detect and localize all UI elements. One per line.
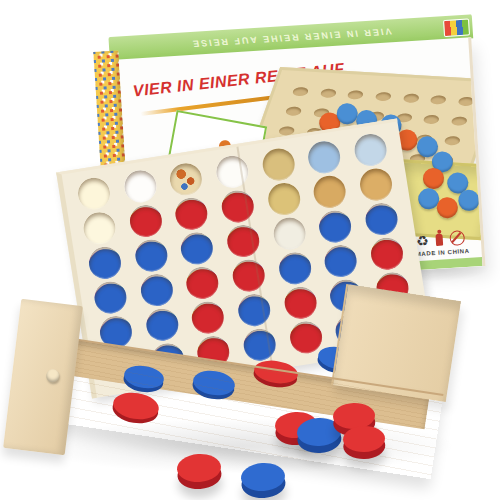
board-hole: [214, 153, 251, 190]
artwork-hole: [374, 91, 392, 101]
board-cell: [305, 137, 344, 176]
board-cell: [75, 174, 114, 213]
board-cell: ●: [132, 236, 171, 275]
board-cell: [351, 130, 390, 169]
board-cell: ●: [183, 263, 222, 302]
board-hole: ●: [87, 244, 124, 281]
board-hole: ●: [179, 229, 216, 266]
board-hole: ●: [184, 264, 221, 301]
blue-disc: ●: [133, 237, 170, 274]
board-cell: ●: [362, 199, 401, 238]
red-disc: ●: [127, 202, 164, 239]
board-hole: ●: [219, 188, 256, 225]
board-hole: ●: [322, 242, 359, 279]
blue-disc: ●: [276, 249, 313, 286]
board-cell: ●: [178, 228, 217, 267]
blue-disc: ●: [363, 200, 400, 237]
board-cell: [270, 214, 309, 253]
red-disc: ●: [190, 299, 227, 336]
board-hole: ●: [92, 279, 129, 316]
blue-disc: ●: [317, 208, 354, 245]
artwork-hole: [429, 94, 447, 104]
blue-disc: ●: [144, 306, 181, 343]
board-cell: ●: [91, 277, 130, 316]
board-cell: [310, 172, 349, 211]
red-disc: ●: [368, 235, 405, 272]
blue-disc: ●: [87, 244, 124, 281]
artwork-hole: [312, 108, 330, 118]
board-cell: ●: [172, 194, 211, 233]
safety-icons: ♻: [416, 230, 465, 248]
red-disc: ●: [282, 284, 319, 321]
red-disc: ●: [184, 264, 221, 301]
blue-disc: ●: [322, 242, 359, 279]
blue-disc: ●: [138, 271, 175, 308]
blue-disc: ●: [179, 229, 216, 266]
board-hole: ●: [138, 271, 175, 308]
board-hole: ●: [225, 222, 262, 259]
board-hole: [271, 215, 308, 252]
board-hole: ●: [236, 291, 273, 328]
artwork-hole: [402, 93, 420, 103]
artwork-hole: [285, 106, 303, 116]
board-hole: [168, 160, 205, 197]
board-hole: [352, 131, 389, 168]
artwork-hole: [368, 111, 386, 121]
blue-disc: ●: [236, 291, 273, 328]
board-hole: ●: [282, 284, 319, 321]
board-hole: ●: [127, 202, 164, 239]
board-hole: ●: [368, 235, 405, 272]
board-hole: ●: [276, 249, 313, 286]
product-photo: VIER IN EINER REIHE AUF REISE VIER IN EI…: [0, 0, 500, 500]
red-disc: ●: [219, 188, 256, 225]
artwork-hole: [457, 96, 475, 106]
board-cell: ●: [316, 206, 355, 245]
board-cell: ●: [137, 270, 176, 309]
board-cell: ●: [143, 305, 182, 344]
red-disc: ●: [230, 257, 267, 294]
artwork-hole: [443, 135, 461, 145]
artwork-hole: [347, 90, 365, 100]
age-warning-icon: [435, 233, 443, 245]
board-hole: ●: [241, 326, 278, 363]
board-hole: ●: [133, 237, 170, 274]
artwork-hole: [292, 86, 310, 96]
red-disc: ●: [287, 319, 324, 356]
board-cell: ●: [321, 241, 360, 280]
board-hole: ●: [230, 257, 267, 294]
made-in-text: MADE IN CHINA: [416, 248, 470, 257]
board-cell: ●: [281, 283, 320, 322]
board-hole: ●: [317, 208, 354, 245]
artwork-hole: [416, 134, 434, 144]
board-hole: [306, 138, 343, 175]
board-cell: ●: [189, 297, 228, 336]
board-cell: ●: [218, 186, 257, 225]
board-cell: [121, 166, 160, 205]
prohibition-icon: [449, 230, 465, 246]
board-cell: ●: [126, 201, 165, 240]
artwork-hole: [395, 112, 413, 122]
board-hole: ●: [287, 319, 324, 356]
board-cell: [213, 152, 252, 191]
tray-knob: [45, 368, 59, 382]
recycle-icon: ♻: [416, 233, 429, 248]
board-hole: ●: [190, 299, 227, 336]
board-cell: ●: [275, 248, 314, 287]
board-cell: [259, 145, 298, 184]
board-cell: ●: [229, 256, 268, 295]
board-hole: [357, 166, 394, 203]
blue-disc: ●: [92, 279, 129, 316]
blue-disc: ●: [241, 326, 278, 363]
artwork-hole: [423, 114, 441, 124]
artwork-hole: [450, 116, 468, 126]
brand-logo-patch: [443, 18, 470, 37]
red-disc: ●: [173, 195, 210, 232]
board-cell: [167, 159, 206, 198]
board-cell: ●: [235, 290, 274, 329]
board-cell: ●: [367, 234, 406, 273]
board-hole: [122, 168, 159, 205]
board-cell: [264, 179, 303, 218]
artwork-hole: [340, 109, 358, 119]
board-cell: ●: [224, 221, 263, 260]
board-hole: [260, 146, 297, 183]
board-cell: [356, 165, 395, 204]
board-cell: ●: [240, 325, 279, 364]
board-cell: ●: [86, 243, 125, 282]
board-hole: [81, 209, 118, 246]
board-hole: ●: [363, 200, 400, 237]
board-hole: ●: [144, 306, 181, 343]
board-hole: [265, 180, 302, 217]
board-hole: [311, 173, 348, 210]
board-hole: ●: [173, 195, 210, 232]
board-cell: [80, 208, 119, 247]
board-hole: [76, 175, 113, 212]
red-disc: ●: [225, 222, 262, 259]
artwork-hole: [319, 88, 337, 98]
